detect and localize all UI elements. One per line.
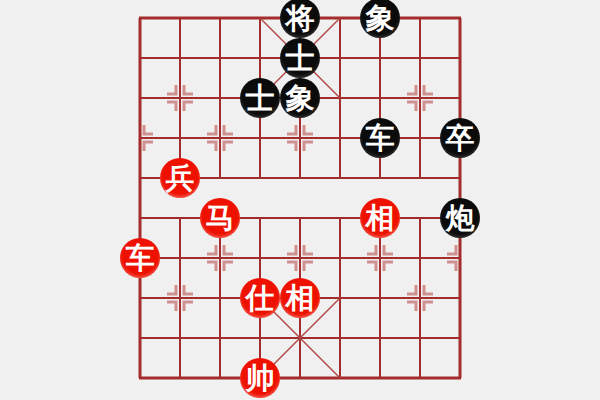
- piece-red-soldier[interactable]: 兵: [160, 158, 200, 198]
- piece-black-advisor[interactable]: 士: [280, 38, 320, 78]
- piece-black-advisor[interactable]: 士: [240, 78, 280, 118]
- piece-red-horse[interactable]: 马: [200, 198, 240, 238]
- piece-black-soldier[interactable]: 卒: [440, 118, 480, 158]
- piece-red-chariot[interactable]: 车: [120, 238, 160, 278]
- piece-black-elephant[interactable]: 象: [360, 0, 400, 38]
- piece-black-general[interactable]: 将: [280, 0, 320, 38]
- xiangqi-screen: 将象士士象车卒兵马相炮车仕相帅: [0, 0, 600, 400]
- piece-red-elephant[interactable]: 相: [360, 198, 400, 238]
- piece-black-cannon[interactable]: 炮: [440, 198, 480, 238]
- piece-red-general[interactable]: 帅: [240, 358, 280, 398]
- pieces-grid: 将象士士象车卒兵马相炮车仕相帅: [120, 0, 480, 398]
- piece-red-advisor[interactable]: 仕: [240, 278, 280, 318]
- piece-red-elephant[interactable]: 相: [280, 278, 320, 318]
- piece-black-chariot[interactable]: 车: [360, 118, 400, 158]
- piece-black-elephant[interactable]: 象: [280, 78, 320, 118]
